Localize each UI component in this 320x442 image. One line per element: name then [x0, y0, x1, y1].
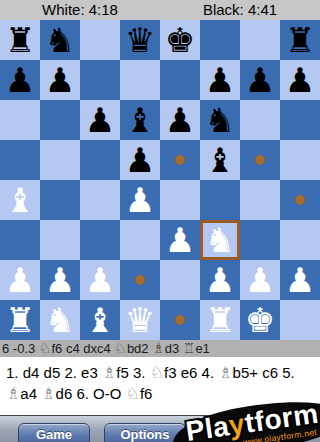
piece-glyph: ♖ [183, 340, 196, 356]
legal-move-dot [255, 155, 265, 165]
square-g6[interactable] [240, 100, 280, 140]
square-c1[interactable]: ♝ [80, 300, 120, 340]
black-king: ♚ [160, 20, 200, 60]
square-b2[interactable]: ♟ [40, 260, 80, 300]
white-bishop: ♝ [80, 300, 120, 340]
square-f3[interactable]: ♞ [200, 220, 240, 260]
square-d7[interactable] [120, 60, 160, 100]
white-queen: ♛ [120, 300, 160, 340]
black-clock: Black: 4:41 [160, 0, 320, 20]
square-c2[interactable]: ♟ [80, 260, 120, 300]
black-pawn: ♟ [80, 100, 120, 140]
square-f1[interactable]: ♜ [200, 300, 240, 340]
piece-glyph: ♗ [102, 363, 116, 382]
white-pawn: ♟ [160, 220, 200, 260]
black-bishop: ♝ [120, 100, 160, 140]
square-b1[interactable]: ♞ [40, 300, 80, 340]
legal-move-dot [175, 315, 185, 325]
white-pawn: ♟ [40, 260, 80, 300]
square-a7[interactable]: ♟ [0, 60, 40, 100]
black-pawn: ♟ [200, 60, 240, 100]
square-a4[interactable]: ♝ [0, 180, 40, 220]
black-rook: ♜ [0, 20, 40, 60]
square-c8[interactable] [80, 20, 120, 60]
white-pawn: ♟ [200, 260, 240, 300]
game-button[interactable]: Game [18, 423, 90, 442]
white-bishop: ♝ [0, 180, 40, 220]
square-a8[interactable]: ♜ [0, 20, 40, 60]
white-pawn: ♟ [0, 260, 40, 300]
square-g5[interactable] [240, 140, 280, 180]
square-g1[interactable]: ♚ [240, 300, 280, 340]
square-b3[interactable] [40, 220, 80, 260]
square-a6[interactable] [0, 100, 40, 140]
black-pawn: ♟ [0, 60, 40, 100]
piece-glyph: ♘ [39, 340, 52, 356]
square-e7[interactable] [160, 60, 200, 100]
black-bishop: ♝ [200, 140, 240, 180]
black-pawn: ♟ [240, 60, 280, 100]
square-d3[interactable] [120, 220, 160, 260]
white-pawn: ♟ [240, 260, 280, 300]
white-rook: ♜ [0, 300, 40, 340]
square-h5[interactable] [280, 140, 320, 180]
square-e5[interactable] [160, 140, 200, 180]
black-pawn: ♟ [280, 60, 320, 100]
square-d6[interactable]: ♝ [120, 100, 160, 140]
square-c7[interactable] [80, 60, 120, 100]
black-pawn: ♟ [40, 60, 80, 100]
square-a2[interactable]: ♟ [0, 260, 40, 300]
square-h1[interactable] [280, 300, 320, 340]
square-h2[interactable]: ♟ [280, 260, 320, 300]
square-f4[interactable] [200, 180, 240, 220]
square-d5[interactable]: ♟ [120, 140, 160, 180]
square-f5[interactable]: ♝ [200, 140, 240, 180]
legal-move-dot [175, 155, 185, 165]
piece-glyph: ♗ [6, 384, 20, 403]
square-a3[interactable] [0, 220, 40, 260]
square-g4[interactable] [240, 180, 280, 220]
legal-move-dot [135, 275, 145, 285]
square-d8[interactable]: ♛ [120, 20, 160, 60]
square-f7[interactable]: ♟ [200, 60, 240, 100]
white-king: ♚ [240, 300, 280, 340]
engine-eval-line: 6 -0.3 ♘f6 c4 dxc4 ♘bd2 ♗d3 ♖e1 [0, 340, 320, 357]
square-h7[interactable]: ♟ [280, 60, 320, 100]
move-list-line: ♗a4 ♗d6 6. O-O ♘f6 [6, 383, 320, 404]
square-c3[interactable] [80, 220, 120, 260]
piece-glyph: ♘ [114, 340, 127, 356]
black-rook: ♜ [280, 20, 320, 60]
square-e2[interactable] [160, 260, 200, 300]
square-b8[interactable]: ♞ [40, 20, 80, 60]
square-h3[interactable] [280, 220, 320, 260]
square-e3[interactable]: ♟ [160, 220, 200, 260]
chess-board: ♜♞♛♚♜♟♟♟♟♟♟♝♟♞♟♝♝♟♟♞♟♟♟♟♟♟♜♞♝♛♜♚ [0, 20, 320, 340]
square-e8[interactable]: ♚ [160, 20, 200, 60]
square-c4[interactable] [80, 180, 120, 220]
square-g7[interactable]: ♟ [240, 60, 280, 100]
square-f8[interactable] [200, 20, 240, 60]
square-b7[interactable]: ♟ [40, 60, 80, 100]
piece-glyph: ♗ [41, 384, 55, 403]
clock-bar: White: 4:18 Black: 4:41 [0, 0, 320, 20]
square-h8[interactable]: ♜ [280, 20, 320, 60]
black-knight: ♞ [200, 100, 240, 140]
square-f6[interactable]: ♞ [200, 100, 240, 140]
black-knight: ♞ [40, 20, 80, 60]
square-e6[interactable]: ♟ [160, 100, 200, 140]
square-h6[interactable] [280, 100, 320, 140]
square-c5[interactable] [80, 140, 120, 180]
square-g2[interactable]: ♟ [240, 260, 280, 300]
piece-glyph: ♗ [152, 340, 165, 356]
white-rook: ♜ [200, 300, 240, 340]
white-pawn: ♟ [80, 260, 120, 300]
square-g8[interactable] [240, 20, 280, 60]
piece-glyph: ♘ [150, 363, 164, 382]
square-b5[interactable] [40, 140, 80, 180]
white-knight: ♞ [200, 220, 240, 260]
piece-glyph: ♘ [126, 384, 140, 403]
square-a5[interactable] [0, 140, 40, 180]
black-queen: ♛ [120, 20, 160, 60]
white-pawn: ♟ [280, 260, 320, 300]
square-e4[interactable] [160, 180, 200, 220]
square-d1[interactable]: ♛ [120, 300, 160, 340]
legal-move-dot [295, 195, 305, 205]
square-d4[interactable]: ♟ [120, 180, 160, 220]
square-b4[interactable] [40, 180, 80, 220]
square-d2[interactable] [120, 260, 160, 300]
white-clock: White: 4:18 [0, 0, 160, 20]
white-pawn: ♟ [120, 180, 160, 220]
black-pawn: ♟ [160, 100, 200, 140]
square-e1[interactable] [160, 300, 200, 340]
black-pawn: ♟ [120, 140, 160, 180]
square-g3[interactable] [240, 220, 280, 260]
square-f2[interactable]: ♟ [200, 260, 240, 300]
square-b6[interactable] [40, 100, 80, 140]
square-a1[interactable]: ♜ [0, 300, 40, 340]
piece-glyph: ♗ [218, 363, 232, 382]
white-knight: ♞ [40, 300, 80, 340]
square-c6[interactable]: ♟ [80, 100, 120, 140]
square-h4[interactable] [280, 180, 320, 220]
move-list-line: 1. d4 d5 2. e3 ♗f5 3. ♘f3 e6 4. ♗b5+ c6 … [6, 362, 320, 383]
